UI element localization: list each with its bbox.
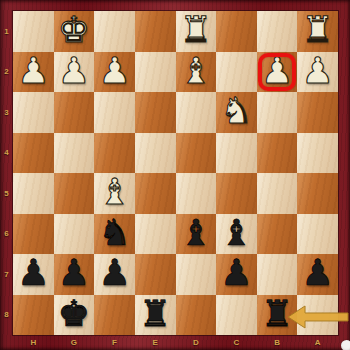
square-a7[interactable]: ♟ xyxy=(297,254,338,295)
piece-white-rook[interactable]: ♜ xyxy=(180,12,212,48)
piece-black-bishop[interactable]: ♝ xyxy=(220,215,252,251)
square-a2[interactable]: ♟ xyxy=(297,52,338,93)
piece-white-pawn[interactable]: ♟ xyxy=(302,53,334,89)
piece-white-pawn[interactable]: ♟ xyxy=(98,53,130,89)
square-b1[interactable] xyxy=(257,11,298,52)
square-g2[interactable]: ♟ xyxy=(54,52,95,93)
file-label-g: G xyxy=(54,335,95,349)
piece-black-pawn[interactable]: ♟ xyxy=(17,255,49,291)
square-h6[interactable] xyxy=(13,214,54,255)
square-g1[interactable]: ♚ xyxy=(54,11,95,52)
rank-label-5: 5 xyxy=(0,173,13,214)
chess-board: ♚♜♜♟♟♟♝♟♟♞♝♞♝♝♟♟♟♟♟♚♜♜ xyxy=(13,11,338,335)
square-c4[interactable] xyxy=(216,133,257,174)
square-d1[interactable]: ♜ xyxy=(176,11,217,52)
square-f7[interactable]: ♟ xyxy=(94,254,135,295)
square-h2[interactable]: ♟ xyxy=(13,52,54,93)
square-e6[interactable] xyxy=(135,214,176,255)
square-c1[interactable] xyxy=(216,11,257,52)
piece-black-rook[interactable]: ♜ xyxy=(261,296,293,332)
square-g6[interactable] xyxy=(54,214,95,255)
square-d2[interactable]: ♝ xyxy=(176,52,217,93)
square-f6[interactable]: ♞ xyxy=(94,214,135,255)
square-g3[interactable] xyxy=(54,92,95,133)
square-d8[interactable] xyxy=(176,295,217,336)
chess-board-screenshot: ♚♜♜♟♟♟♝♟♟♞♝♞♝♝♟♟♟♟♟♚♜♜ 12345678 HGFEDCBA xyxy=(0,0,350,350)
piece-black-pawn[interactable]: ♟ xyxy=(220,255,252,291)
square-h4[interactable] xyxy=(13,133,54,174)
piece-white-bishop[interactable]: ♝ xyxy=(98,174,130,210)
square-g4[interactable] xyxy=(54,133,95,174)
square-e7[interactable] xyxy=(135,254,176,295)
square-c5[interactable] xyxy=(216,173,257,214)
piece-white-pawn[interactable]: ♟ xyxy=(17,53,49,89)
piece-white-pawn[interactable]: ♟ xyxy=(58,53,90,89)
square-c7[interactable]: ♟ xyxy=(216,254,257,295)
rank-label-8: 8 xyxy=(0,295,13,336)
square-c3[interactable]: ♞ xyxy=(216,92,257,133)
piece-white-knight[interactable]: ♞ xyxy=(220,93,252,129)
rank-label-2: 2 xyxy=(0,52,13,93)
square-a4[interactable] xyxy=(297,133,338,174)
file-label-h: H xyxy=(13,335,54,349)
square-d7[interactable] xyxy=(176,254,217,295)
square-b5[interactable] xyxy=(257,173,298,214)
square-a8[interactable] xyxy=(297,295,338,336)
square-d3[interactable] xyxy=(176,92,217,133)
piece-black-pawn[interactable]: ♟ xyxy=(58,255,90,291)
square-a3[interactable] xyxy=(297,92,338,133)
square-b2[interactable]: ♟ xyxy=(257,52,298,93)
piece-white-bishop[interactable]: ♝ xyxy=(180,53,212,89)
square-a5[interactable] xyxy=(297,173,338,214)
piece-black-king[interactable]: ♚ xyxy=(58,296,90,332)
square-d6[interactable]: ♝ xyxy=(176,214,217,255)
square-b8[interactable]: ♜ xyxy=(257,295,298,336)
square-e2[interactable] xyxy=(135,52,176,93)
square-g8[interactable]: ♚ xyxy=(54,295,95,336)
square-b6[interactable] xyxy=(257,214,298,255)
piece-white-pawn[interactable]: ♟ xyxy=(261,53,293,89)
square-h7[interactable]: ♟ xyxy=(13,254,54,295)
corner-dot xyxy=(341,340,350,350)
square-g5[interactable] xyxy=(54,173,95,214)
rank-label-7: 7 xyxy=(0,254,13,295)
piece-black-pawn[interactable]: ♟ xyxy=(302,255,334,291)
rank-labels: 12345678 xyxy=(0,11,13,335)
square-b7[interactable] xyxy=(257,254,298,295)
square-h3[interactable] xyxy=(13,92,54,133)
rank-label-6: 6 xyxy=(0,214,13,255)
square-b4[interactable] xyxy=(257,133,298,174)
file-label-e: E xyxy=(135,335,176,349)
square-a6[interactable] xyxy=(297,214,338,255)
square-g7[interactable]: ♟ xyxy=(54,254,95,295)
piece-white-king[interactable]: ♚ xyxy=(58,12,90,48)
piece-black-knight[interactable]: ♞ xyxy=(98,215,130,251)
square-c6[interactable]: ♝ xyxy=(216,214,257,255)
square-e5[interactable] xyxy=(135,173,176,214)
file-label-f: F xyxy=(94,335,135,349)
square-e3[interactable] xyxy=(135,92,176,133)
square-a1[interactable]: ♜ xyxy=(297,11,338,52)
file-label-c: C xyxy=(216,335,257,349)
square-f4[interactable] xyxy=(94,133,135,174)
square-e8[interactable]: ♜ xyxy=(135,295,176,336)
square-f2[interactable]: ♟ xyxy=(94,52,135,93)
square-f3[interactable] xyxy=(94,92,135,133)
rank-label-4: 4 xyxy=(0,133,13,174)
square-h1[interactable] xyxy=(13,11,54,52)
square-c8[interactable] xyxy=(216,295,257,336)
square-d4[interactable] xyxy=(176,133,217,174)
file-label-b: B xyxy=(257,335,298,349)
piece-black-rook[interactable]: ♜ xyxy=(139,296,171,332)
square-f5[interactable]: ♝ xyxy=(94,173,135,214)
file-labels: HGFEDCBA xyxy=(13,335,338,349)
square-e4[interactable] xyxy=(135,133,176,174)
rank-label-1: 1 xyxy=(0,11,13,52)
file-label-a: A xyxy=(297,335,338,349)
square-d5[interactable] xyxy=(176,173,217,214)
square-h5[interactable] xyxy=(13,173,54,214)
square-f8[interactable] xyxy=(94,295,135,336)
square-e1[interactable] xyxy=(135,11,176,52)
square-c2[interactable] xyxy=(216,52,257,93)
rank-label-3: 3 xyxy=(0,92,13,133)
file-label-d: D xyxy=(176,335,217,349)
piece-white-rook[interactable]: ♜ xyxy=(302,12,334,48)
piece-black-pawn[interactable]: ♟ xyxy=(98,255,130,291)
square-h8[interactable] xyxy=(13,295,54,336)
piece-black-bishop[interactable]: ♝ xyxy=(180,215,212,251)
square-f1[interactable] xyxy=(94,11,135,52)
square-b3[interactable] xyxy=(257,92,298,133)
